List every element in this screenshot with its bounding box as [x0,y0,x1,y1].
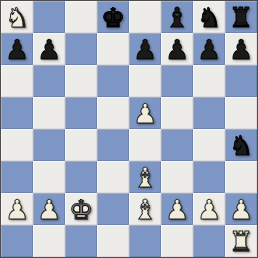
square-f6[interactable] [161,65,193,97]
chess-board-frame: ♞♚♝♞♜♟♟♟♟♟♟♟♞♝♟♟♚♝♟♟♟♜ [0,0,258,258]
square-a5[interactable] [1,97,33,129]
black-pawn[interactable]: ♟ [197,36,221,63]
square-e6[interactable] [129,65,161,97]
square-g7[interactable]: ♟ [193,33,225,65]
square-c5[interactable] [65,97,97,129]
square-g4[interactable] [193,129,225,161]
square-d3[interactable] [97,161,129,193]
square-g5[interactable] [193,97,225,129]
square-g1[interactable] [193,225,225,257]
chess-board: ♞♚♝♞♜♟♟♟♟♟♟♟♞♝♟♟♚♝♟♟♟♜ [1,1,257,257]
black-pawn[interactable]: ♟ [5,36,29,63]
black-pawn[interactable]: ♟ [133,36,157,63]
square-b3[interactable] [33,161,65,193]
square-d7[interactable] [97,33,129,65]
black-pawn[interactable]: ♟ [37,36,61,63]
square-g8[interactable]: ♞ [193,1,225,33]
square-h3[interactable] [225,161,257,193]
white-pawn[interactable]: ♟ [197,196,221,223]
square-a3[interactable] [1,161,33,193]
square-a2[interactable]: ♟ [1,193,33,225]
black-rook[interactable]: ♜ [229,4,253,31]
square-f4[interactable] [161,129,193,161]
black-knight[interactable]: ♞ [229,132,253,159]
square-g3[interactable] [193,161,225,193]
square-a4[interactable] [1,129,33,161]
square-c2[interactable]: ♚ [65,193,97,225]
white-knight[interactable]: ♞ [5,4,29,31]
square-e1[interactable] [129,225,161,257]
square-b4[interactable] [33,129,65,161]
square-d8[interactable]: ♚ [97,1,129,33]
square-e4[interactable] [129,129,161,161]
white-rook[interactable]: ♜ [229,228,253,255]
square-h6[interactable] [225,65,257,97]
square-c7[interactable] [65,33,97,65]
square-f3[interactable] [161,161,193,193]
white-pawn[interactable]: ♟ [165,196,189,223]
black-knight[interactable]: ♞ [197,4,221,31]
square-f7[interactable]: ♟ [161,33,193,65]
square-f5[interactable] [161,97,193,129]
square-a1[interactable] [1,225,33,257]
white-pawn[interactable]: ♟ [37,196,61,223]
square-e2[interactable]: ♝ [129,193,161,225]
square-a6[interactable] [1,65,33,97]
square-e7[interactable]: ♟ [129,33,161,65]
square-b8[interactable] [33,1,65,33]
black-bishop[interactable]: ♝ [165,4,189,31]
square-d4[interactable] [97,129,129,161]
square-a8[interactable]: ♞ [1,1,33,33]
square-g2[interactable]: ♟ [193,193,225,225]
square-b2[interactable]: ♟ [33,193,65,225]
square-d2[interactable] [97,193,129,225]
square-g6[interactable] [193,65,225,97]
square-e5[interactable]: ♟ [129,97,161,129]
square-h1[interactable]: ♜ [225,225,257,257]
square-b7[interactable]: ♟ [33,33,65,65]
square-a7[interactable]: ♟ [1,33,33,65]
square-h4[interactable]: ♞ [225,129,257,161]
square-f2[interactable]: ♟ [161,193,193,225]
black-pawn[interactable]: ♟ [165,36,189,63]
black-king[interactable]: ♚ [101,4,125,31]
square-e8[interactable] [129,1,161,33]
white-pawn[interactable]: ♟ [133,100,157,127]
square-h7[interactable]: ♟ [225,33,257,65]
square-h5[interactable] [225,97,257,129]
white-pawn[interactable]: ♟ [229,196,253,223]
white-king[interactable]: ♚ [69,196,93,223]
square-b5[interactable] [33,97,65,129]
square-c8[interactable] [65,1,97,33]
square-b1[interactable] [33,225,65,257]
white-bishop[interactable]: ♝ [133,196,157,223]
white-pawn[interactable]: ♟ [5,196,29,223]
square-c6[interactable] [65,65,97,97]
square-c1[interactable] [65,225,97,257]
black-pawn[interactable]: ♟ [229,36,253,63]
square-d6[interactable] [97,65,129,97]
square-c3[interactable] [65,161,97,193]
square-h8[interactable]: ♜ [225,1,257,33]
square-b6[interactable] [33,65,65,97]
square-e3[interactable]: ♝ [129,161,161,193]
square-f1[interactable] [161,225,193,257]
square-f8[interactable]: ♝ [161,1,193,33]
square-d5[interactable] [97,97,129,129]
square-c4[interactable] [65,129,97,161]
white-bishop[interactable]: ♝ [133,164,157,191]
square-d1[interactable] [97,225,129,257]
square-h2[interactable]: ♟ [225,193,257,225]
